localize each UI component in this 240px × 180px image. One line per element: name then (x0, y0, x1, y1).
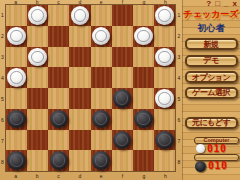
square-f3[interactable] (112, 47, 133, 68)
square-a7[interactable] (6, 130, 27, 151)
white-piece-icon (196, 144, 205, 153)
close-icon[interactable]: x (233, 0, 237, 8)
difficulty-label: 初心者 (182, 22, 240, 35)
square-h7[interactable] (154, 130, 175, 151)
square-c6[interactable] (48, 109, 69, 130)
options-button[interactable]: オプション (185, 71, 238, 83)
coord-label-f: f (112, 172, 133, 180)
square-d6[interactable] (69, 109, 90, 130)
black-piece-h7[interactable] (155, 131, 174, 150)
square-c3[interactable] (48, 47, 69, 68)
square-f7[interactable] (112, 130, 133, 151)
square-h6[interactable] (154, 109, 175, 130)
white-piece-a4[interactable] (7, 68, 26, 87)
square-a1[interactable] (6, 5, 27, 26)
square-a3[interactable] (6, 47, 27, 68)
coord-label-e: e (91, 172, 112, 180)
undo-button[interactable]: 元にもどす (185, 117, 238, 129)
square-a4[interactable] (6, 67, 27, 88)
window-controls: ? □ _ x (182, 0, 237, 8)
maximize-icon[interactable]: □ (215, 0, 220, 8)
square-c5[interactable] (48, 88, 69, 109)
square-g2[interactable] (133, 26, 154, 47)
white-piece-a2[interactable] (7, 27, 26, 46)
square-e6[interactable] (91, 109, 112, 130)
black-piece-e6[interactable] (92, 110, 111, 129)
square-f6[interactable] (112, 109, 133, 130)
square-b6[interactable] (27, 109, 48, 130)
square-e8[interactable] (91, 150, 112, 171)
square-f8[interactable] (112, 150, 133, 171)
square-b8[interactable] (27, 150, 48, 171)
black-piece-count: 010 (208, 161, 228, 171)
black-piece-c8[interactable] (50, 151, 69, 170)
coord-label-h: h (155, 172, 176, 180)
square-c7[interactable] (48, 130, 69, 151)
white-piece-h1[interactable] (155, 6, 174, 25)
square-g8[interactable] (133, 150, 154, 171)
black-piece-f7[interactable] (113, 131, 132, 150)
white-piece-h3[interactable] (155, 48, 174, 67)
game-select-button[interactable]: ゲーム選択 (185, 87, 238, 99)
square-f5[interactable] (112, 88, 133, 109)
white-piece-d1[interactable] (71, 6, 90, 25)
square-b3[interactable] (27, 47, 48, 68)
square-g1[interactable] (133, 5, 154, 26)
square-d5[interactable] (69, 88, 90, 109)
square-a8[interactable] (6, 150, 27, 171)
square-d4[interactable] (69, 67, 90, 88)
square-h1[interactable] (154, 5, 175, 26)
square-g6[interactable] (133, 109, 154, 130)
coord-label-b: b (26, 172, 47, 180)
square-a5[interactable] (6, 88, 27, 109)
checkers-app-window: abcdefgh abcdefgh 12345678 12345678 ? □ … (0, 0, 240, 180)
square-e3[interactable] (91, 47, 112, 68)
square-d8[interactable] (69, 150, 90, 171)
black-piece-c6[interactable] (50, 110, 69, 129)
square-g3[interactable] (133, 47, 154, 68)
board-grid (5, 4, 176, 172)
minimize-icon[interactable]: _ (224, 0, 228, 8)
square-g5[interactable] (133, 88, 154, 109)
demo-button[interactable]: デモ (185, 55, 238, 67)
white-piece-e2[interactable] (92, 27, 111, 46)
square-c2[interactable] (48, 26, 69, 47)
square-e1[interactable] (91, 5, 112, 26)
coord-label-g: g (133, 172, 154, 180)
file-labels-bottom: abcdefgh (5, 172, 176, 180)
white-piece-count: 010 (207, 144, 227, 154)
white-piece-b1[interactable] (28, 6, 47, 25)
square-h5[interactable] (154, 88, 175, 109)
white-piece-h5[interactable] (155, 89, 174, 108)
square-g4[interactable] (133, 67, 154, 88)
square-b4[interactable] (27, 67, 48, 88)
black-score-row: 010 (195, 161, 228, 172)
square-f2[interactable] (112, 26, 133, 47)
square-b5[interactable] (27, 88, 48, 109)
black-piece-icon (195, 161, 206, 172)
square-e2[interactable] (91, 26, 112, 47)
square-h8[interactable] (154, 150, 175, 171)
white-piece-g2[interactable] (134, 27, 153, 46)
coord-label-a: a (5, 172, 26, 180)
square-b7[interactable] (27, 130, 48, 151)
square-e5[interactable] (91, 88, 112, 109)
coord-label-d: d (69, 172, 90, 180)
square-c1[interactable] (48, 5, 69, 26)
coord-label-c: c (48, 172, 69, 180)
white-piece-b3[interactable] (28, 48, 47, 67)
square-a6[interactable] (6, 109, 27, 130)
square-c8[interactable] (48, 150, 69, 171)
square-h3[interactable] (154, 47, 175, 68)
square-h2[interactable] (154, 26, 175, 47)
black-piece-a8[interactable] (7, 151, 26, 170)
square-f1[interactable] (112, 5, 133, 26)
app-title: チェッカーズ (182, 8, 240, 21)
help-icon[interactable]: ? (206, 0, 211, 8)
square-d3[interactable] (69, 47, 90, 68)
square-d1[interactable] (69, 5, 90, 26)
side-panel: ? □ _ x チェッカーズ 初心者 新規 デモ オプション ゲーム選択 元にも… (182, 0, 240, 180)
black-piece-e8[interactable] (92, 151, 111, 170)
black-piece-a6[interactable] (7, 110, 26, 129)
square-d7[interactable] (69, 130, 90, 151)
white-score-row: 010 (196, 144, 227, 154)
square-c4[interactable] (48, 67, 69, 88)
square-e7[interactable] (91, 130, 112, 151)
square-b1[interactable] (27, 5, 48, 26)
square-b2[interactable] (27, 26, 48, 47)
square-g7[interactable] (133, 130, 154, 151)
black-piece-g6[interactable] (134, 110, 153, 129)
square-a2[interactable] (6, 26, 27, 47)
new-game-button[interactable]: 新規 (185, 38, 238, 50)
black-piece-f5[interactable] (113, 89, 132, 108)
board-frame: abcdefgh abcdefgh 12345678 12345678 (0, 0, 182, 180)
square-f4[interactable] (112, 67, 133, 88)
square-h4[interactable] (154, 67, 175, 88)
square-e4[interactable] (91, 67, 112, 88)
square-d2[interactable] (69, 26, 90, 47)
